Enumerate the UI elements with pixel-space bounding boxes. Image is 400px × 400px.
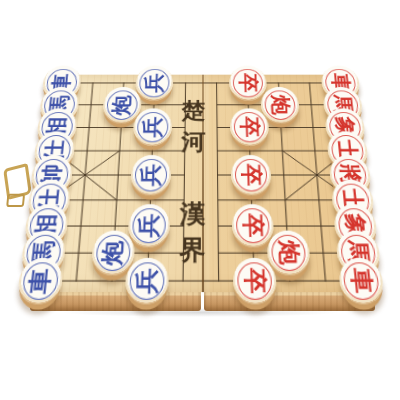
piece-black-soldier[interactable]: 兵 xyxy=(133,109,173,147)
piece-character: 卒 xyxy=(230,155,271,196)
board-perspective-wrapper: 楚 河 漢 界 車馬相仕帥仕相馬車炮炮兵兵兵兵兵卒卒卒卒卒炮炮車馬象士將士象馬車 xyxy=(31,75,375,292)
pieces-layer: 車馬相仕帥仕相馬車炮炮兵兵兵兵兵卒卒卒卒卒炮炮車馬象士將士象馬車 xyxy=(21,72,380,295)
xiangqi-set-photo: 楚 河 漢 界 車馬相仕帥仕相馬車炮炮兵兵兵兵兵卒卒卒卒卒炮炮車馬象士將士象馬車 xyxy=(0,0,400,400)
piece-character: 兵 xyxy=(130,155,171,196)
piece-character: 卒 xyxy=(232,258,277,305)
piece-red-chariot[interactable]: 車 xyxy=(337,258,385,305)
brass-latch-icon xyxy=(3,163,32,200)
piece-character: 兵 xyxy=(125,258,170,305)
piece-red-soldier[interactable]: 卒 xyxy=(230,155,271,196)
piece-black-soldier[interactable]: 兵 xyxy=(130,155,171,196)
piece-character: 卒 xyxy=(229,109,269,147)
piece-red-soldier[interactable]: 卒 xyxy=(229,109,269,147)
piece-character: 車 xyxy=(16,258,64,305)
piece-black-chariot[interactable]: 車 xyxy=(16,258,64,305)
piece-black-soldier[interactable]: 兵 xyxy=(125,258,170,305)
piece-red-soldier[interactable]: 卒 xyxy=(232,258,277,305)
piece-character: 兵 xyxy=(133,109,173,147)
xiangqi-board: 楚 河 漢 界 車馬相仕帥仕相馬車炮炮兵兵兵兵兵卒卒卒卒卒炮炮車馬象士將士象馬車 xyxy=(31,75,375,292)
piece-character: 車 xyxy=(337,258,385,305)
